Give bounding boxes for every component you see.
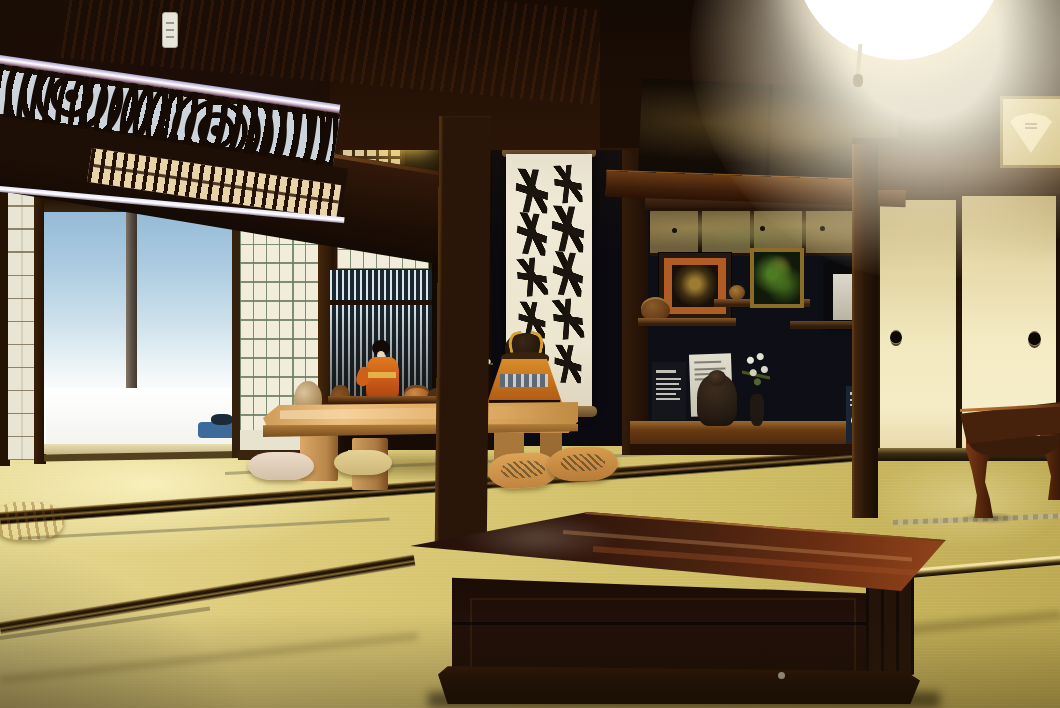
calligraphy-char bbox=[552, 297, 585, 340]
shoji-screen-left bbox=[8, 192, 36, 460]
calligraphy-char bbox=[516, 256, 549, 297]
shelf-board-right bbox=[790, 321, 858, 329]
kimono-doll-obi bbox=[368, 372, 396, 378]
dark-slippers bbox=[211, 414, 233, 425]
calligraphy-char bbox=[554, 345, 582, 384]
fusuma-floor-glow bbox=[870, 450, 1060, 550]
shelf-board-left bbox=[638, 318, 736, 326]
cushion-pattern bbox=[560, 454, 605, 473]
round-incense-box bbox=[729, 285, 745, 300]
room-photo bbox=[0, 0, 1060, 708]
zabuton-cushion-orange bbox=[547, 446, 618, 482]
zabuton-cushion-yellow bbox=[334, 450, 392, 475]
veranda-floor-white bbox=[46, 388, 232, 450]
slat-screen-rail bbox=[330, 300, 432, 305]
fusuma-pull bbox=[1028, 331, 1041, 348]
center-pillar bbox=[435, 116, 492, 549]
gold-framed-leaf-art bbox=[750, 248, 804, 308]
zabuton-cushion-pale bbox=[248, 452, 314, 480]
sensor-tag bbox=[162, 12, 178, 48]
calligraphy-char bbox=[553, 164, 583, 204]
cushion-pattern bbox=[500, 460, 546, 480]
info-stand-dark bbox=[652, 362, 686, 420]
alcove-floor-board bbox=[630, 421, 872, 446]
calligraphy-char bbox=[515, 169, 550, 214]
kabuto-robe-pattern bbox=[500, 374, 548, 387]
calligraphy-char bbox=[515, 212, 550, 256]
framed-print-image bbox=[672, 265, 718, 307]
fusuma-pull bbox=[890, 330, 902, 346]
calligraphy-char bbox=[551, 251, 586, 297]
lantern-cord-bead bbox=[853, 74, 863, 87]
corner-vignette-left bbox=[0, 520, 280, 708]
hotei-statue-head bbox=[708, 370, 726, 386]
calligraphy-char bbox=[551, 206, 586, 253]
flower-arrangement bbox=[742, 352, 770, 398]
panel-pull bbox=[672, 228, 677, 233]
calligraphy-column bbox=[550, 160, 586, 388]
flower-vase bbox=[750, 394, 764, 426]
alcove-floor-face bbox=[630, 444, 872, 455]
panel-pull bbox=[760, 226, 765, 231]
